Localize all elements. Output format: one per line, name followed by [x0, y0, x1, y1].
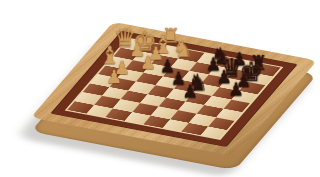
chess-set-photo: ♜♛♚♝♞♞♟♜♟♟♟♛♚♝♟♟♟♟♟♟♞♟♟♟ [0, 0, 320, 177]
board-pinstripe: ♜♛♚♝♞♞♟♜♟♟♟♛♚♝♟♟♟♟♟♟♞♟♟♟ [65, 37, 284, 140]
board-grid: ♜♛♚♝♞♞♟♜♟♟♟♛♚♝♟♟♟♟♟♟♞♟♟♟ [67, 39, 280, 139]
